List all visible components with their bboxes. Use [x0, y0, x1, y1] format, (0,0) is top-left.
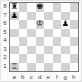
square-b4[interactable]	[19, 37, 28, 46]
file-label-d: d	[36, 73, 45, 81]
square-e3[interactable]	[44, 46, 53, 55]
rank-label-7: 7	[1, 11, 9, 20]
square-h3[interactable]	[70, 46, 79, 55]
square-d7[interactable]	[36, 12, 45, 21]
square-b1[interactable]	[19, 63, 28, 72]
black-pawn-a7: ♟	[11, 12, 18, 21]
file-label-f: f	[53, 73, 62, 81]
file-label-c: c	[27, 73, 36, 81]
square-g4[interactable]	[61, 37, 70, 46]
square-c4[interactable]	[27, 37, 36, 46]
square-c7[interactable]	[27, 12, 36, 21]
square-c1[interactable]	[27, 63, 36, 72]
square-b7[interactable]	[19, 12, 28, 21]
rank-label-5: 5	[1, 28, 9, 37]
rank-label-8: 8	[1, 2, 9, 11]
board-and-rank-labels: 87654321 ♜♚♟♔♟♖	[1, 1, 81, 72]
square-a5[interactable]	[10, 29, 19, 38]
square-a2[interactable]	[10, 54, 19, 63]
square-h5[interactable]	[70, 29, 79, 38]
square-c5[interactable]	[27, 29, 36, 38]
square-g8[interactable]	[61, 3, 70, 12]
square-g3[interactable]	[61, 46, 70, 55]
square-h4[interactable]	[70, 37, 79, 46]
white-rook-a1: ♖	[11, 63, 18, 72]
square-g6[interactable]: ♟	[61, 20, 70, 29]
square-c3[interactable]	[27, 46, 36, 55]
black-king-d8: ♚	[36, 3, 43, 12]
file-label-a: a	[10, 73, 19, 81]
square-e4[interactable]	[44, 37, 53, 46]
file-labels: abcdefgh	[10, 73, 78, 81]
board-grid: ♜♚♟♔♟♖	[9, 2, 79, 72]
rank-label-3: 3	[1, 45, 9, 54]
file-label-g: g	[61, 73, 70, 81]
file-label-b: b	[19, 73, 28, 81]
square-h8[interactable]	[70, 3, 79, 12]
square-d6[interactable]: ♔	[36, 20, 45, 29]
white-king-d6: ♔	[36, 20, 43, 29]
square-d3[interactable]	[36, 46, 45, 55]
square-f7[interactable]	[53, 12, 62, 21]
square-c2[interactable]	[27, 54, 36, 63]
square-a1[interactable]: ♖	[10, 63, 19, 72]
square-e2[interactable]	[44, 54, 53, 63]
square-f6[interactable]	[53, 20, 62, 29]
square-g7[interactable]	[61, 12, 70, 21]
square-a7[interactable]: ♟	[10, 12, 19, 21]
square-a6[interactable]	[10, 20, 19, 29]
square-d2[interactable]	[36, 54, 45, 63]
square-b6[interactable]	[19, 20, 28, 29]
rank-labels: 87654321	[1, 2, 9, 70]
square-b5[interactable]	[19, 29, 28, 38]
square-h2[interactable]	[70, 54, 79, 63]
square-a3[interactable]	[10, 46, 19, 55]
square-b2[interactable]	[19, 54, 28, 63]
rank-label-2: 2	[1, 53, 9, 62]
square-f5[interactable]	[53, 29, 62, 38]
square-d8[interactable]: ♚	[36, 3, 45, 12]
square-e7[interactable]	[44, 12, 53, 21]
rank-label-4: 4	[1, 36, 9, 45]
square-d4[interactable]	[36, 37, 45, 46]
black-rook-a8: ♜	[11, 3, 18, 12]
rank-label-6: 6	[1, 19, 9, 28]
square-g1[interactable]	[61, 63, 70, 72]
square-e1[interactable]	[44, 63, 53, 72]
square-a4[interactable]	[10, 37, 19, 46]
square-b3[interactable]	[19, 46, 28, 55]
square-f8[interactable]	[53, 3, 62, 12]
square-e8[interactable]	[44, 3, 53, 12]
square-h1[interactable]	[70, 63, 79, 72]
square-a8[interactable]: ♜	[10, 3, 19, 12]
square-h6[interactable]	[70, 20, 79, 29]
square-e5[interactable]	[44, 29, 53, 38]
square-c8[interactable]	[27, 3, 36, 12]
square-b8[interactable]	[19, 3, 28, 12]
black-pawn-g6: ♟	[62, 20, 69, 29]
square-e6[interactable]	[44, 20, 53, 29]
chess-diagram: 87654321 ♜♚♟♔♟♖ abcdefgh	[0, 0, 82, 82]
file-label-h: h	[70, 73, 79, 81]
file-label-e: e	[44, 73, 53, 81]
square-f2[interactable]	[53, 54, 62, 63]
square-h7[interactable]	[70, 12, 79, 21]
rank-label-1: 1	[1, 62, 9, 71]
square-f3[interactable]	[53, 46, 62, 55]
square-g2[interactable]	[61, 54, 70, 63]
square-d1[interactable]	[36, 63, 45, 72]
square-d5[interactable]	[36, 29, 45, 38]
square-f4[interactable]	[53, 37, 62, 46]
square-g5[interactable]	[61, 29, 70, 38]
square-c6[interactable]	[27, 20, 36, 29]
square-f1[interactable]	[53, 63, 62, 72]
